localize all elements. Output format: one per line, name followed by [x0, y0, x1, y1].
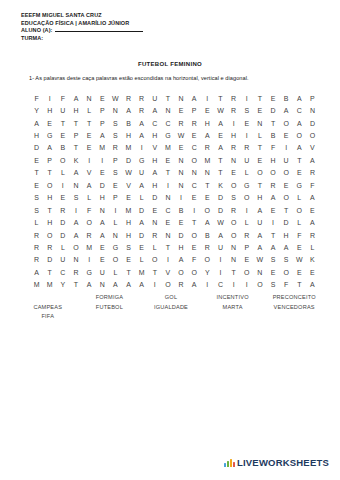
grid-letter[interactable]: V — [122, 179, 135, 191]
grid-letter[interactable]: U — [96, 266, 109, 278]
grid-letter[interactable]: T — [293, 279, 306, 291]
grid-letter[interactable]: G — [161, 129, 174, 141]
grid-letter[interactable]: O — [148, 254, 161, 266]
grid-letter[interactable]: F — [56, 92, 69, 104]
grid-letter[interactable]: E — [175, 142, 188, 154]
grid-letter[interactable]: L — [83, 104, 96, 116]
grid-letter[interactable]: A — [266, 192, 279, 204]
grid-letter[interactable]: R — [56, 204, 69, 216]
grid-letter[interactable]: A — [122, 104, 135, 116]
grid-letter[interactable]: R — [43, 241, 56, 253]
grid-letter[interactable]: D — [30, 142, 43, 154]
grid-letter[interactable]: O — [43, 229, 56, 241]
grid-letter[interactable]: P — [188, 104, 201, 116]
grid-letter[interactable]: H — [175, 241, 188, 253]
grid-letter[interactable]: V — [161, 266, 174, 278]
grid-letter[interactable]: A — [30, 117, 43, 129]
grid-letter[interactable]: M — [201, 154, 214, 166]
grid-letter[interactable]: T — [83, 117, 96, 129]
grid-letter[interactable]: R — [175, 279, 188, 291]
grid-letter[interactable]: T — [148, 266, 161, 278]
grid-letter[interactable]: A — [135, 216, 148, 228]
grid-letter[interactable]: R — [201, 241, 214, 253]
grid-letter[interactable]: T — [214, 167, 227, 179]
grid-letter[interactable]: R — [188, 117, 201, 129]
grid-letter[interactable]: M — [30, 279, 43, 291]
grid-letter[interactable]: H — [30, 129, 43, 141]
grid-letter[interactable]: M — [122, 142, 135, 154]
grid-letter[interactable]: T — [122, 266, 135, 278]
grid-letter[interactable]: N — [227, 254, 240, 266]
grid-letter[interactable]: E — [188, 129, 201, 141]
grid-letter[interactable]: R — [306, 229, 319, 241]
grid-letter[interactable]: E — [266, 204, 279, 216]
grid-letter[interactable]: P — [240, 241, 253, 253]
grid-letter[interactable]: T — [293, 154, 306, 166]
grid-letter[interactable]: A — [69, 216, 82, 228]
grid-letter[interactable]: R — [227, 204, 240, 216]
grid-letter[interactable]: S — [122, 241, 135, 253]
grid-letter[interactable]: I — [56, 179, 69, 191]
grid-letter[interactable]: R — [109, 142, 122, 154]
grid-letter[interactable]: T — [69, 142, 82, 154]
grid-letter[interactable]: A — [214, 229, 227, 241]
grid-letter[interactable]: F — [293, 229, 306, 241]
grid-letter[interactable]: N — [83, 92, 96, 104]
grid-letter[interactable]: I — [240, 129, 253, 141]
grid-letter[interactable]: R — [227, 92, 240, 104]
grid-letter[interactable]: A — [175, 254, 188, 266]
grid-letter[interactable]: R — [266, 179, 279, 191]
grid-letter[interactable]: D — [148, 192, 161, 204]
grid-letter[interactable]: N — [227, 241, 240, 253]
grid-letter[interactable]: U — [240, 154, 253, 166]
grid-letter[interactable]: R — [83, 229, 96, 241]
grid-letter[interactable]: L — [56, 167, 69, 179]
grid-letter[interactable]: B — [266, 129, 279, 141]
grid-letter[interactable]: W — [175, 129, 188, 141]
liveworksheets-logo[interactable]: LIVEWORKSHEETS — [224, 458, 329, 468]
grid-letter[interactable]: G — [83, 266, 96, 278]
grid-letter[interactable]: P — [109, 192, 122, 204]
grid-letter[interactable]: E — [280, 179, 293, 191]
grid-letter[interactable]: E — [175, 104, 188, 116]
grid-letter[interactable]: A — [43, 142, 56, 154]
grid-letter[interactable]: W — [214, 104, 227, 116]
grid-letter[interactable]: C — [293, 104, 306, 116]
grid-letter[interactable]: O — [83, 216, 96, 228]
grid-letter[interactable]: S — [69, 192, 82, 204]
grid-letter[interactable]: L — [56, 241, 69, 253]
grid-letter[interactable]: E — [306, 204, 319, 216]
grid-letter[interactable]: H — [43, 104, 56, 116]
grid-letter[interactable]: N — [175, 179, 188, 191]
grid-letter[interactable]: I — [214, 266, 227, 278]
grid-letter[interactable]: O — [69, 241, 82, 253]
grid-letter[interactable]: E — [253, 154, 266, 166]
grid-letter[interactable]: H — [148, 179, 161, 191]
grid-letter[interactable]: N — [253, 266, 266, 278]
grid-letter[interactable]: B — [56, 142, 69, 154]
grid-letter[interactable]: A — [69, 92, 82, 104]
grid-letter[interactable]: M — [43, 279, 56, 291]
grid-letter[interactable]: R — [227, 142, 240, 154]
grid-letter[interactable]: R — [30, 241, 43, 253]
grid-letter[interactable]: I — [135, 142, 148, 154]
grid-letter[interactable]: L — [83, 192, 96, 204]
student-name-blank[interactable] — [55, 27, 143, 32]
grid-letter[interactable]: A — [69, 167, 82, 179]
grid-letter[interactable]: D — [135, 204, 148, 216]
grid-letter[interactable]: A — [306, 279, 319, 291]
grid-letter[interactable]: B — [175, 204, 188, 216]
grid-letter[interactable]: S — [266, 279, 279, 291]
grid-letter[interactable]: U — [148, 92, 161, 104]
grid-letter[interactable]: U — [280, 154, 293, 166]
grid-letter[interactable]: C — [188, 179, 201, 191]
grid-letter[interactable]: G — [135, 154, 148, 166]
grid-letter[interactable]: A — [69, 229, 82, 241]
grid-letter[interactable]: N — [109, 229, 122, 241]
grid-letter[interactable]: E — [96, 254, 109, 266]
grid-letter[interactable]: T — [266, 117, 279, 129]
grid-letter[interactable]: T — [161, 241, 174, 253]
grid-letter[interactable]: R — [227, 104, 240, 116]
grid-letter[interactable]: E — [266, 92, 279, 104]
grid-letter[interactable]: A — [96, 229, 109, 241]
grid-letter[interactable]: T — [227, 266, 240, 278]
grid-letter[interactable]: R — [201, 142, 214, 154]
grid-letter[interactable]: N — [175, 154, 188, 166]
grid-letter[interactable]: A — [280, 241, 293, 253]
grid-letter[interactable]: D — [266, 104, 279, 116]
grid-letter[interactable]: E — [201, 192, 214, 204]
grid-letter[interactable]: H — [43, 192, 56, 204]
grid-letter[interactable]: T — [214, 92, 227, 104]
grid-letter[interactable]: T — [161, 167, 174, 179]
grid-letter[interactable]: F — [306, 179, 319, 191]
grid-letter[interactable]: T — [188, 216, 201, 228]
grid-letter[interactable]: M — [83, 241, 96, 253]
grid-letter[interactable]: A — [214, 142, 227, 154]
grid-letter[interactable]: L — [306, 241, 319, 253]
grid-letter[interactable]: Y — [201, 266, 214, 278]
grid-letter[interactable]: I — [201, 279, 214, 291]
grid-letter[interactable]: T — [43, 266, 56, 278]
grid-letter[interactable]: S — [227, 192, 240, 204]
grid-letter[interactable]: N — [161, 104, 174, 116]
grid-letter[interactable]: E — [240, 254, 253, 266]
grid-letter[interactable]: G — [109, 241, 122, 253]
grid-letter[interactable]: O — [280, 266, 293, 278]
grid-letter[interactable]: A — [293, 92, 306, 104]
grid-letter[interactable]: T — [201, 179, 214, 191]
grid-letter[interactable]: F — [30, 92, 43, 104]
grid-letter[interactable]: W — [214, 216, 227, 228]
grid-letter[interactable]: H — [227, 129, 240, 141]
grid-letter[interactable]: E — [109, 179, 122, 191]
grid-letter[interactable]: L — [253, 129, 266, 141]
grid-letter[interactable]: I — [43, 92, 56, 104]
grid-letter[interactable]: D — [306, 117, 319, 129]
grid-letter[interactable]: C — [161, 117, 174, 129]
grid-letter[interactable]: E — [293, 266, 306, 278]
grid-letter[interactable]: L — [240, 167, 253, 179]
grid-letter[interactable]: L — [293, 192, 306, 204]
grid-letter[interactable]: E — [293, 241, 306, 253]
grid-letter[interactable]: C — [56, 266, 69, 278]
grid-letter[interactable]: I — [83, 154, 96, 166]
grid-letter[interactable]: B — [201, 229, 214, 241]
grid-letter[interactable]: E — [188, 241, 201, 253]
grid-letter[interactable]: L — [30, 216, 43, 228]
grid-letter[interactable]: T — [214, 154, 227, 166]
grid-letter[interactable]: A — [30, 266, 43, 278]
grid-letter[interactable]: L — [135, 254, 148, 266]
grid-letter[interactable]: A — [188, 279, 201, 291]
grid-letter[interactable]: S — [109, 129, 122, 141]
grid-letter[interactable]: E — [240, 117, 253, 129]
grid-letter[interactable]: A — [293, 117, 306, 129]
grid-letter[interactable]: O — [201, 254, 214, 266]
grid-letter[interactable]: H — [148, 129, 161, 141]
grid-letter[interactable]: E — [43, 117, 56, 129]
grid-letter[interactable]: O — [175, 266, 188, 278]
grid-letter[interactable]: A — [135, 279, 148, 291]
grid-letter[interactable]: D — [56, 229, 69, 241]
grid-letter[interactable]: U — [56, 104, 69, 116]
grid-letter[interactable]: A — [122, 279, 135, 291]
grid-letter[interactable]: R — [135, 92, 148, 104]
grid-letter[interactable]: W — [122, 167, 135, 179]
grid-letter[interactable]: N — [306, 104, 319, 116]
grid-letter[interactable]: S — [109, 117, 122, 129]
grid-letter[interactable]: R — [69, 266, 82, 278]
grid-letter[interactable]: A — [135, 129, 148, 141]
grid-letter[interactable]: E — [306, 266, 319, 278]
grid-letter[interactable]: E — [175, 216, 188, 228]
grid-letter[interactable]: E — [122, 254, 135, 266]
grid-letter[interactable]: E — [30, 154, 43, 166]
grid-letter[interactable]: F — [188, 254, 201, 266]
grid-letter[interactable]: N — [69, 254, 82, 266]
grid-letter[interactable]: R — [30, 254, 43, 266]
grid-letter[interactable]: I — [201, 92, 214, 104]
grid-letter[interactable]: C — [188, 142, 201, 154]
grid-letter[interactable]: I — [175, 192, 188, 204]
grid-letter[interactable]: I — [96, 154, 109, 166]
grid-letter[interactable]: H — [253, 192, 266, 204]
grid-letter[interactable]: M — [135, 266, 148, 278]
grid-letter[interactable]: N — [201, 167, 214, 179]
grid-letter[interactable]: I — [240, 92, 253, 104]
grid-letter[interactable]: E — [96, 167, 109, 179]
grid-letter[interactable]: K — [214, 179, 227, 191]
grid-letter[interactable]: T — [43, 204, 56, 216]
grid-letter[interactable]: M — [161, 142, 174, 154]
grid-letter[interactable]: E — [135, 241, 148, 253]
grid-letter[interactable]: A — [306, 154, 319, 166]
grid-letter[interactable]: A — [293, 142, 306, 154]
grid-letter[interactable]: I — [280, 142, 293, 154]
grid-letter[interactable]: I — [240, 204, 253, 216]
grid-letter[interactable]: R — [240, 229, 253, 241]
grid-letter[interactable]: W — [293, 254, 306, 266]
grid-letter[interactable]: D — [135, 229, 148, 241]
grid-letter[interactable]: F — [83, 204, 96, 216]
grid-letter[interactable]: P — [96, 104, 109, 116]
grid-letter[interactable]: T — [30, 167, 43, 179]
grid-letter[interactable]: O — [227, 216, 240, 228]
grid-letter[interactable]: H — [280, 229, 293, 241]
grid-letter[interactable]: I — [109, 204, 122, 216]
grid-letter[interactable]: A — [306, 192, 319, 204]
grid-letter[interactable]: A — [135, 179, 148, 191]
grid-letter[interactable]: D — [96, 179, 109, 191]
grid-letter[interactable]: A — [266, 241, 279, 253]
grid-letter[interactable]: H — [266, 154, 279, 166]
grid-letter[interactable]: R — [148, 229, 161, 241]
grid-letter[interactable]: A — [148, 104, 161, 116]
grid-letter[interactable]: P — [109, 154, 122, 166]
grid-letter[interactable]: N — [148, 216, 161, 228]
grid-letter[interactable]: L — [240, 216, 253, 228]
grid-letter[interactable]: O — [188, 229, 201, 241]
grid-letter[interactable]: O — [266, 167, 279, 179]
grid-letter[interactable]: P — [306, 92, 319, 104]
grid-letter[interactable]: O — [306, 129, 319, 141]
grid-letter[interactable]: O — [280, 117, 293, 129]
grid-letter[interactable]: V — [306, 142, 319, 154]
grid-letter[interactable]: T — [69, 117, 82, 129]
grid-letter[interactable]: I — [69, 204, 82, 216]
grid-letter[interactable]: S — [109, 167, 122, 179]
grid-letter[interactable]: O — [240, 192, 253, 204]
grid-letter[interactable]: U — [56, 254, 69, 266]
grid-letter[interactable]: U — [214, 241, 227, 253]
grid-letter[interactable]: E — [188, 192, 201, 204]
grid-letter[interactable]: U — [135, 167, 148, 179]
grid-letter[interactable]: A — [96, 216, 109, 228]
grid-letter[interactable]: I — [148, 279, 161, 291]
grid-letter[interactable]: L — [293, 216, 306, 228]
grid-letter[interactable]: A — [214, 117, 227, 129]
grid-letter[interactable]: I — [266, 216, 279, 228]
grid-letter[interactable]: E — [56, 129, 69, 141]
grid-letter[interactable]: O — [188, 154, 201, 166]
grid-letter[interactable]: E — [161, 216, 174, 228]
grid-letter[interactable]: H — [201, 117, 214, 129]
grid-letter[interactable]: D — [56, 216, 69, 228]
grid-letter[interactable]: D — [280, 216, 293, 228]
grid-letter[interactable]: O — [280, 192, 293, 204]
grid-letter[interactable]: R — [135, 104, 148, 116]
grid-letter[interactable]: A — [188, 92, 201, 104]
grid-letter[interactable]: L — [109, 216, 122, 228]
grid-letter[interactable]: S — [280, 254, 293, 266]
grid-letter[interactable]: T — [266, 229, 279, 241]
grid-letter[interactable]: D — [122, 154, 135, 166]
grid-letter[interactable]: K — [306, 254, 319, 266]
grid-letter[interactable]: P — [69, 129, 82, 141]
grid-letter[interactable]: G — [240, 179, 253, 191]
grid-letter[interactable]: T — [280, 204, 293, 216]
grid-letter[interactable]: T — [69, 279, 82, 291]
grid-letter[interactable]: H — [122, 229, 135, 241]
grid-letter[interactable]: V — [83, 167, 96, 179]
grid-letter[interactable]: A — [253, 229, 266, 241]
grid-letter[interactable]: A — [83, 179, 96, 191]
grid-letter[interactable]: H — [122, 129, 135, 141]
grid-letter[interactable]: M — [122, 204, 135, 216]
grid-letter[interactable]: B — [122, 117, 135, 129]
grid-letter[interactable]: A — [83, 279, 96, 291]
grid-letter[interactable]: F — [266, 142, 279, 154]
grid-letter[interactable]: N — [69, 179, 82, 191]
grid-letter[interactable]: G — [293, 179, 306, 191]
grid-letter[interactable]: L — [148, 241, 161, 253]
grid-letter[interactable]: D — [43, 254, 56, 266]
grid-letter[interactable]: G — [43, 129, 56, 141]
grid-letter[interactable]: S — [30, 204, 43, 216]
grid-letter[interactable]: N — [175, 167, 188, 179]
grid-letter[interactable]: O — [253, 167, 266, 179]
grid-letter[interactable]: O — [109, 254, 122, 266]
grid-letter[interactable]: T — [253, 142, 266, 154]
grid-letter[interactable]: E — [96, 92, 109, 104]
grid-letter[interactable]: O — [293, 129, 306, 141]
grid-letter[interactable]: U — [253, 216, 266, 228]
grid-letter[interactable]: S — [240, 104, 253, 116]
grid-letter[interactable]: I — [240, 279, 253, 291]
grid-letter[interactable]: A — [135, 117, 148, 129]
grid-letter[interactable]: E — [214, 129, 227, 141]
grid-letter[interactable]: E — [201, 104, 214, 116]
grid-letter[interactable]: O — [43, 179, 56, 191]
grid-letter[interactable]: O — [280, 167, 293, 179]
grid-letter[interactable]: R — [122, 92, 135, 104]
grid-letter[interactable]: W — [253, 254, 266, 266]
grid-letter[interactable]: I — [227, 279, 240, 291]
grid-letter[interactable]: F — [280, 279, 293, 291]
grid-letter[interactable]: C — [161, 204, 174, 216]
grid-letter[interactable]: C — [214, 279, 227, 291]
grid-letter[interactable]: E — [122, 192, 135, 204]
grid-letter[interactable]: L — [135, 192, 148, 204]
grid-letter[interactable]: V — [148, 142, 161, 154]
grid-letter[interactable]: T — [253, 179, 266, 191]
grid-letter[interactable]: N — [175, 92, 188, 104]
grid-letter[interactable]: P — [96, 117, 109, 129]
grid-letter[interactable]: E — [56, 192, 69, 204]
grid-letter[interactable]: D — [214, 204, 227, 216]
grid-letter[interactable]: N — [96, 204, 109, 216]
grid-letter[interactable]: A — [109, 279, 122, 291]
grid-letter[interactable]: O — [227, 179, 240, 191]
grid-letter[interactable]: E — [148, 204, 161, 216]
grid-letter[interactable]: N — [161, 229, 174, 241]
grid-letter[interactable]: O — [293, 204, 306, 216]
grid-letter[interactable]: O — [56, 154, 69, 166]
grid-letter[interactable]: O — [188, 266, 201, 278]
grid-letter[interactable]: O — [227, 229, 240, 241]
grid-letter[interactable]: A — [280, 104, 293, 116]
grid-letter[interactable]: E — [280, 129, 293, 141]
grid-letter[interactable]: N — [109, 104, 122, 116]
grid-letter[interactable]: S — [30, 192, 43, 204]
grid-letter[interactable]: K — [69, 154, 82, 166]
grid-letter[interactable]: N — [161, 192, 174, 204]
